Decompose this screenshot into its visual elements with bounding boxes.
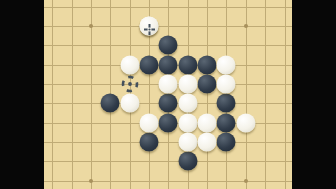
gomoku-screenshot bbox=[0, 0, 336, 189]
stone-white bbox=[198, 133, 217, 152]
grid-line-horizontal bbox=[44, 181, 292, 182]
star-point bbox=[89, 24, 93, 28]
stone-white bbox=[140, 113, 159, 132]
stone-black bbox=[217, 133, 236, 152]
stone-black bbox=[101, 94, 120, 113]
stone-black bbox=[159, 55, 178, 74]
stone-black bbox=[178, 55, 197, 74]
letterbox-right bbox=[292, 0, 336, 189]
pending-move-marker[interactable] bbox=[120, 75, 139, 94]
star-point bbox=[89, 179, 93, 183]
grid-line-horizontal bbox=[44, 161, 292, 162]
stone-black bbox=[217, 113, 236, 132]
stone-white bbox=[178, 113, 197, 132]
stone-white bbox=[217, 55, 236, 74]
stone-white bbox=[178, 133, 197, 152]
stone-black bbox=[159, 113, 178, 132]
last-move-cross-icon bbox=[143, 20, 155, 32]
stone-black bbox=[140, 55, 159, 74]
stone-black bbox=[217, 94, 236, 113]
stone-white bbox=[159, 75, 178, 94]
stone-white-last-move bbox=[140, 17, 159, 36]
stone-white bbox=[120, 94, 139, 113]
stone-black bbox=[178, 152, 197, 171]
stone-white bbox=[178, 75, 197, 94]
stone-white bbox=[178, 94, 197, 113]
stone-black bbox=[198, 75, 217, 94]
stone-white bbox=[217, 75, 236, 94]
stone-black bbox=[159, 36, 178, 55]
gomoku-board[interactable] bbox=[44, 0, 292, 189]
stone-white bbox=[236, 113, 255, 132]
stone-black bbox=[140, 133, 159, 152]
letterbox-left bbox=[0, 0, 44, 189]
stone-white bbox=[120, 55, 139, 74]
star-point bbox=[244, 24, 248, 28]
stone-black bbox=[198, 55, 217, 74]
stone-black bbox=[159, 94, 178, 113]
grid-line-horizontal bbox=[44, 142, 292, 143]
grid-line-horizontal bbox=[44, 7, 292, 8]
star-point bbox=[244, 179, 248, 183]
stone-white bbox=[198, 113, 217, 132]
grid-line-horizontal bbox=[44, 26, 292, 27]
